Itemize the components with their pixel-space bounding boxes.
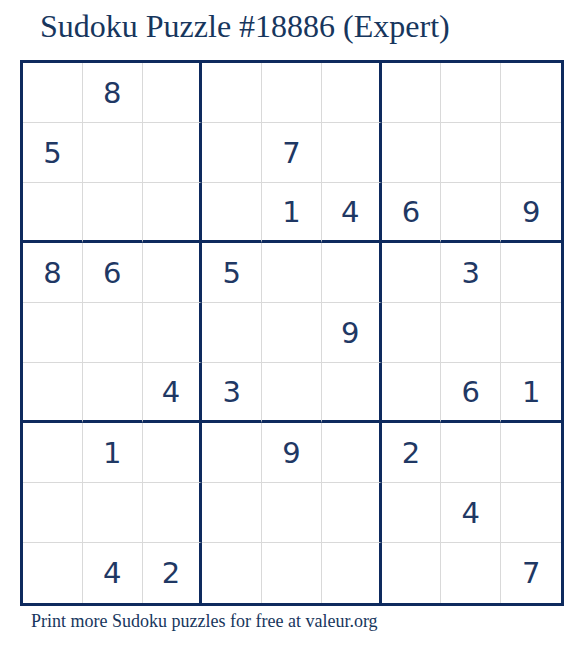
cell-r7c5: 9 [262, 423, 322, 483]
cell-r5c7 [382, 303, 442, 363]
cell-r4c3 [143, 243, 203, 303]
cell-r4c8: 3 [441, 243, 501, 303]
cell-r5c6: 9 [322, 303, 382, 363]
cell-r8c4 [202, 483, 262, 543]
cell-r6c6 [322, 363, 382, 423]
cell-r1c2: 8 [83, 63, 143, 123]
cell-r9c9: 7 [501, 543, 561, 603]
cell-r1c1 [23, 63, 83, 123]
cell-r4c4: 5 [202, 243, 262, 303]
cell-r1c4 [202, 63, 262, 123]
cell-r6c1 [23, 363, 83, 423]
cell-r7c6 [322, 423, 382, 483]
cell-r7c4 [202, 423, 262, 483]
cell-r3c2 [83, 183, 143, 243]
cell-r3c6: 4 [322, 183, 382, 243]
cell-r2c1: 5 [23, 123, 83, 183]
sudoku-board: 85714698653943611924427 [20, 60, 564, 606]
cell-r9c4 [202, 543, 262, 603]
cell-r4c1: 8 [23, 243, 83, 303]
cell-r3c9: 9 [501, 183, 561, 243]
cell-r4c7 [382, 243, 442, 303]
cell-r1c9 [501, 63, 561, 123]
cell-r8c9 [501, 483, 561, 543]
cell-r9c8 [441, 543, 501, 603]
cell-r5c3 [143, 303, 203, 363]
cell-r2c8 [441, 123, 501, 183]
cell-r3c5: 1 [262, 183, 322, 243]
cell-r1c6 [322, 63, 382, 123]
cell-r9c7 [382, 543, 442, 603]
cell-r6c4: 3 [202, 363, 262, 423]
cell-r6c5 [262, 363, 322, 423]
cell-r9c2: 4 [83, 543, 143, 603]
cell-r5c5 [262, 303, 322, 363]
cell-r4c9 [501, 243, 561, 303]
cell-r3c7: 6 [382, 183, 442, 243]
cell-r2c2 [83, 123, 143, 183]
cell-r7c9 [501, 423, 561, 483]
cell-r7c8 [441, 423, 501, 483]
cell-r9c6 [322, 543, 382, 603]
cell-r9c1 [23, 543, 83, 603]
cell-r5c4 [202, 303, 262, 363]
cell-r3c1 [23, 183, 83, 243]
cell-r8c2 [83, 483, 143, 543]
cell-r8c8: 4 [441, 483, 501, 543]
cell-r7c2: 1 [83, 423, 143, 483]
cell-r4c6 [322, 243, 382, 303]
cell-r8c3 [143, 483, 203, 543]
cell-r2c5: 7 [262, 123, 322, 183]
cell-r7c1 [23, 423, 83, 483]
cell-r7c3 [143, 423, 203, 483]
cell-r3c4 [202, 183, 262, 243]
cell-r6c9: 1 [501, 363, 561, 423]
cell-r9c3: 2 [143, 543, 203, 603]
cell-r3c8 [441, 183, 501, 243]
page-title: Sudoku Puzzle #18886 (Expert) [40, 8, 450, 45]
cell-r5c9 [501, 303, 561, 363]
cell-r6c8: 6 [441, 363, 501, 423]
cell-r8c6 [322, 483, 382, 543]
cell-r9c5 [262, 543, 322, 603]
footer-text: Print more Sudoku puzzles for free at va… [31, 611, 378, 632]
cell-r1c5 [262, 63, 322, 123]
cell-r8c5 [262, 483, 322, 543]
cell-r2c4 [202, 123, 262, 183]
cell-r7c7: 2 [382, 423, 442, 483]
cell-r2c3 [143, 123, 203, 183]
cell-r2c6 [322, 123, 382, 183]
cell-r6c7 [382, 363, 442, 423]
cell-r2c7 [382, 123, 442, 183]
cell-r1c3 [143, 63, 203, 123]
cell-r3c3 [143, 183, 203, 243]
cell-r8c1 [23, 483, 83, 543]
cell-r2c9 [501, 123, 561, 183]
cell-r1c7 [382, 63, 442, 123]
cell-r6c2 [83, 363, 143, 423]
cell-r4c5 [262, 243, 322, 303]
cell-r5c1 [23, 303, 83, 363]
cell-r1c8 [441, 63, 501, 123]
cell-r5c8 [441, 303, 501, 363]
cell-r5c2 [83, 303, 143, 363]
cell-r8c7 [382, 483, 442, 543]
cell-r6c3: 4 [143, 363, 203, 423]
cell-r4c2: 6 [83, 243, 143, 303]
page: Sudoku Puzzle #18886 (Expert) 8571469865… [0, 0, 580, 651]
